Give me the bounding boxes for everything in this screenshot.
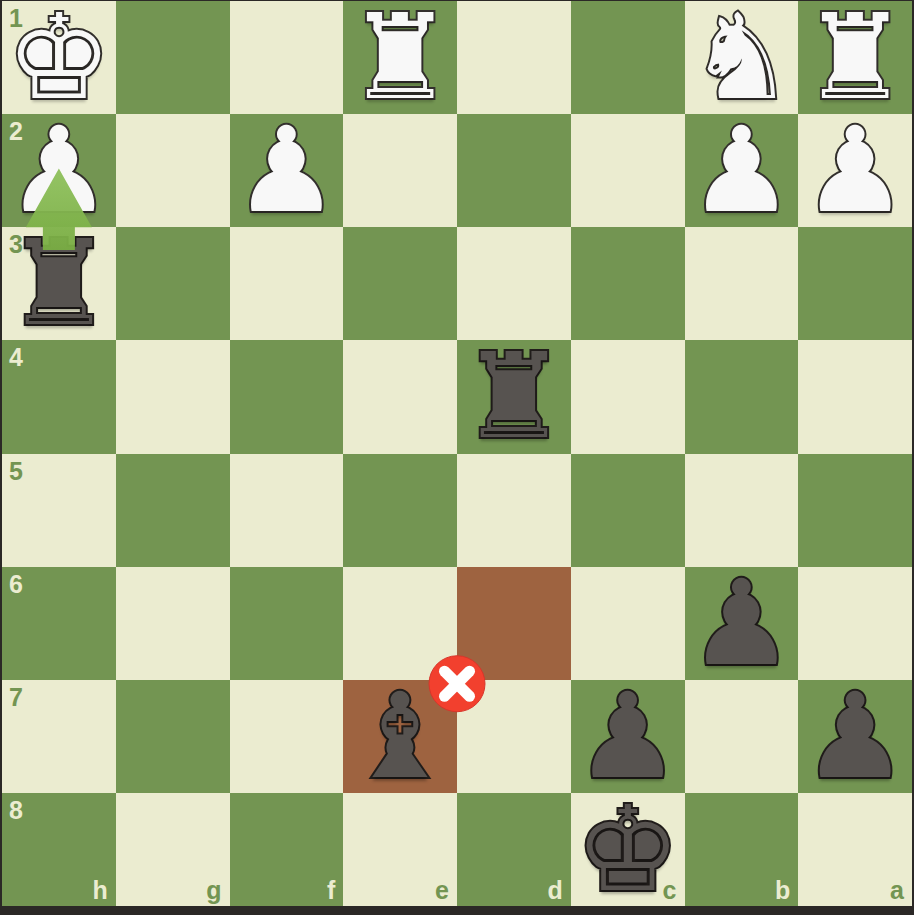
square-b1[interactable]: ♞: [685, 1, 799, 114]
black-pawn[interactable]: ♟: [685, 567, 799, 680]
square-b4[interactable]: [685, 340, 799, 453]
square-g7[interactable]: [116, 680, 230, 793]
square-e8[interactable]: e: [343, 793, 457, 906]
square-d5[interactable]: [457, 454, 571, 567]
square-d8[interactable]: d: [457, 793, 571, 906]
square-h4[interactable]: 4: [2, 340, 116, 453]
square-h8[interactable]: 8h: [2, 793, 116, 906]
file-label-b: b: [775, 876, 790, 905]
square-g5[interactable]: [116, 454, 230, 567]
file-label-c: c: [663, 876, 677, 905]
file-label-h: h: [92, 876, 107, 905]
square-a5[interactable]: [798, 454, 912, 567]
rank-label-5: 5: [9, 457, 23, 486]
file-label-f: f: [327, 876, 335, 905]
square-c1[interactable]: [571, 1, 685, 114]
square-c8[interactable]: c♚: [571, 793, 685, 906]
square-g4[interactable]: [116, 340, 230, 453]
square-g2[interactable]: [116, 114, 230, 227]
square-e6[interactable]: [343, 567, 457, 680]
square-c4[interactable]: [571, 340, 685, 453]
white-pawn[interactable]: ♟: [230, 114, 344, 227]
rank-label-6: 6: [9, 570, 23, 599]
square-g1[interactable]: [116, 1, 230, 114]
square-a1[interactable]: ♜: [798, 1, 912, 114]
square-h6[interactable]: 6: [2, 567, 116, 680]
square-c2[interactable]: [571, 114, 685, 227]
square-a8[interactable]: a: [798, 793, 912, 906]
square-e7[interactable]: ♝: [343, 680, 457, 793]
rank-label-7: 7: [9, 683, 23, 712]
square-f2[interactable]: ♟: [230, 114, 344, 227]
square-b6[interactable]: ♟: [685, 567, 799, 680]
square-h7[interactable]: 7: [2, 680, 116, 793]
black-bishop[interactable]: ♝: [343, 680, 457, 793]
rank-label-2: 2: [9, 117, 23, 146]
square-a3[interactable]: [798, 227, 912, 340]
square-f6[interactable]: [230, 567, 344, 680]
square-d7[interactable]: [457, 680, 571, 793]
square-b3[interactable]: [685, 227, 799, 340]
rank-label-3: 3: [9, 230, 23, 259]
square-d4[interactable]: ♜: [457, 340, 571, 453]
square-h5[interactable]: 5: [2, 454, 116, 567]
rank-label-1: 1: [9, 4, 23, 33]
white-pawn[interactable]: ♟: [685, 114, 799, 227]
square-b2[interactable]: ♟: [685, 114, 799, 227]
rank-label-4: 4: [9, 343, 23, 372]
square-b7[interactable]: [685, 680, 799, 793]
square-h3[interactable]: 3♜: [2, 227, 116, 340]
square-a7[interactable]: ♟: [798, 680, 912, 793]
black-pawn[interactable]: ♟: [571, 680, 685, 793]
square-c7[interactable]: ♟: [571, 680, 685, 793]
square-a2[interactable]: ♟: [798, 114, 912, 227]
white-rook[interactable]: ♜: [798, 1, 912, 114]
square-h1[interactable]: 1♚: [2, 1, 116, 114]
square-f7[interactable]: [230, 680, 344, 793]
square-b8[interactable]: b: [685, 793, 799, 906]
square-f1[interactable]: [230, 1, 344, 114]
square-b5[interactable]: [685, 454, 799, 567]
white-knight[interactable]: ♞: [685, 1, 799, 114]
file-label-e: e: [435, 876, 449, 905]
file-label-g: g: [206, 876, 221, 905]
rank-label-8: 8: [9, 796, 23, 825]
square-g6[interactable]: [116, 567, 230, 680]
square-f5[interactable]: [230, 454, 344, 567]
square-d2[interactable]: [457, 114, 571, 227]
white-rook[interactable]: ♜: [343, 1, 457, 114]
white-pawn[interactable]: ♟: [798, 114, 912, 227]
square-e5[interactable]: [343, 454, 457, 567]
square-e2[interactable]: [343, 114, 457, 227]
square-d6[interactable]: [457, 567, 571, 680]
square-c3[interactable]: [571, 227, 685, 340]
chess-board[interactable]: 1♚♜♞♜2♟♟♟♟3♜4♜56♟7♝♟♟8hgfedc♚ba: [2, 1, 912, 906]
square-e4[interactable]: [343, 340, 457, 453]
square-a4[interactable]: [798, 340, 912, 453]
square-g8[interactable]: g: [116, 793, 230, 906]
square-h2[interactable]: 2♟: [2, 114, 116, 227]
square-g3[interactable]: [116, 227, 230, 340]
square-c5[interactable]: [571, 454, 685, 567]
square-d1[interactable]: [457, 1, 571, 114]
file-label-a: a: [890, 876, 904, 905]
square-c6[interactable]: [571, 567, 685, 680]
square-f4[interactable]: [230, 340, 344, 453]
square-a6[interactable]: [798, 567, 912, 680]
square-e3[interactable]: [343, 227, 457, 340]
square-e1[interactable]: ♜: [343, 1, 457, 114]
black-pawn[interactable]: ♟: [798, 680, 912, 793]
page-background: 1♚♜♞♜2♟♟♟♟3♜4♜56♟7♝♟♟8hgfedc♚ba: [0, 0, 914, 915]
file-label-d: d: [547, 876, 562, 905]
square-d3[interactable]: [457, 227, 571, 340]
black-rook[interactable]: ♜: [457, 340, 571, 453]
square-f3[interactable]: [230, 227, 344, 340]
square-f8[interactable]: f: [230, 793, 344, 906]
